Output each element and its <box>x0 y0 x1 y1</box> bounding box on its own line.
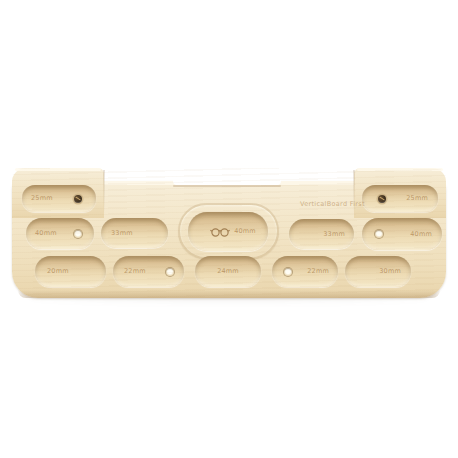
top-edge-recess <box>173 180 281 185</box>
depth-label: 40mm <box>234 228 256 235</box>
depth-label: 30mm <box>379 268 401 275</box>
hold-pocket-bottom-4: 22mm <box>272 256 338 287</box>
depth-label: 22mm <box>124 268 146 275</box>
hold-pocket-mid-1: 40mm <box>26 218 94 249</box>
depth-label: 20mm <box>47 268 69 275</box>
depth-label: 25mm <box>31 195 53 202</box>
hold-pocket-bottom-2: 22mm <box>113 256 184 287</box>
screw-head-icon <box>378 195 386 203</box>
depth-label: 40mm <box>35 230 57 237</box>
hold-pocket-mid-5: 40mm <box>362 218 442 250</box>
hold-pocket-center-jug: 40mm <box>188 212 268 251</box>
hold-pocket-bottom-1: 20mm <box>35 256 106 287</box>
insert-hole-icon <box>375 230 383 238</box>
depth-label: 24mm <box>217 268 239 275</box>
depth-label: 33mm <box>323 231 345 238</box>
depth-label: 25mm <box>406 195 428 202</box>
hold-pocket-mid-4: 33mm <box>289 219 354 249</box>
hold-pocket-bottom-3: 24mm <box>195 256 261 287</box>
screw-head-icon <box>74 195 82 203</box>
insert-hole-icon <box>166 268 174 276</box>
insert-hole-icon <box>284 268 292 276</box>
product-photo: 25mm 25mm 40mm 33mm <box>0 0 458 458</box>
glasses-icon <box>210 226 230 238</box>
hold-pocket-bottom-5: 30mm <box>345 256 411 287</box>
hangboard: 25mm 25mm 40mm 33mm <box>12 168 446 298</box>
jug-engraving: 40mm <box>210 226 256 238</box>
depth-label: 22mm <box>307 268 329 275</box>
insert-hole-icon <box>74 230 82 238</box>
hold-pocket-top-right: 25mm <box>362 185 438 212</box>
hold-pocket-mid-2: 33mm <box>101 218 168 248</box>
hold-pocket-top-left: 25mm <box>22 185 96 212</box>
wood-seam <box>103 170 105 214</box>
depth-label: 40mm <box>410 231 432 238</box>
depth-label: 33mm <box>111 230 133 237</box>
model-name-engraving: VerticalBoard First <box>300 200 365 208</box>
